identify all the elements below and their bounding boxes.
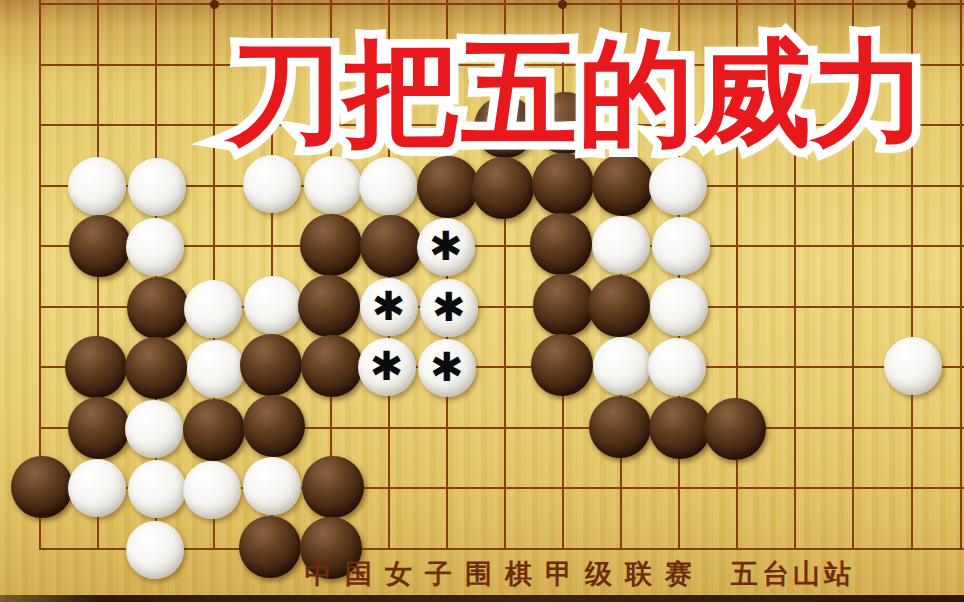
board-line-v bbox=[852, 0, 854, 550]
stone-white bbox=[243, 155, 301, 213]
stone-white bbox=[128, 460, 186, 518]
stone-black bbox=[474, 96, 536, 158]
video-title-overlay: 刀把五的威力 刀把五的威力 bbox=[96, 20, 964, 190]
stone-white-marked: ✱ bbox=[358, 338, 416, 396]
stone-white-marked: ✱ bbox=[417, 218, 475, 276]
stone-black bbox=[704, 398, 766, 460]
stone-white bbox=[649, 157, 707, 215]
stone-white bbox=[304, 156, 362, 214]
asterisk-mark: ✱ bbox=[430, 347, 464, 387]
stone-white bbox=[125, 400, 183, 458]
asterisk-mark: ✱ bbox=[429, 226, 463, 266]
stone-black bbox=[589, 396, 651, 458]
video-frame: ✱✱✱✱✱ 刀把五的威力 刀把五的威力 中国女子围棋甲级联赛 五台山站 bbox=[0, 0, 964, 602]
star-point bbox=[558, 0, 567, 9]
board-bottom-edge bbox=[0, 595, 964, 602]
board-line-v bbox=[736, 0, 738, 550]
stone-white bbox=[187, 340, 245, 398]
stone-white bbox=[68, 459, 126, 517]
stone-white bbox=[184, 280, 242, 338]
stone-black bbox=[300, 214, 362, 276]
stone-black bbox=[472, 157, 534, 219]
caption-league-name: 中国女子围棋甲级联赛 bbox=[305, 556, 705, 592]
caption-venue-name: 五台山站 bbox=[731, 556, 855, 592]
stone-black bbox=[69, 215, 131, 277]
stone-white bbox=[593, 337, 651, 395]
stone-black bbox=[125, 337, 187, 399]
stone-black bbox=[530, 213, 592, 275]
stone-black bbox=[417, 156, 479, 218]
stone-black bbox=[592, 154, 654, 216]
stone-black bbox=[243, 395, 305, 457]
stone-white bbox=[648, 338, 706, 396]
stone-white bbox=[243, 457, 301, 515]
board-printed-caption: 中国女子围棋甲级联赛 五台山站 bbox=[98, 556, 964, 592]
stone-white bbox=[652, 217, 710, 275]
stone-white bbox=[359, 157, 417, 215]
stone-white bbox=[650, 278, 708, 336]
stone-white bbox=[126, 218, 184, 276]
stone-white bbox=[884, 337, 942, 395]
asterisk-mark: ✱ bbox=[432, 287, 466, 327]
stone-black bbox=[68, 397, 130, 459]
stone-white-marked: ✱ bbox=[360, 278, 418, 336]
stone-black bbox=[183, 399, 245, 461]
stone-white bbox=[128, 158, 186, 216]
star-point bbox=[210, 0, 219, 9]
stone-white bbox=[592, 216, 650, 274]
asterisk-mark: ✱ bbox=[372, 286, 406, 326]
board-line-v bbox=[911, 0, 913, 550]
stone-black bbox=[301, 335, 363, 397]
stone-black bbox=[649, 397, 711, 459]
stone-black bbox=[533, 274, 595, 336]
board-line-v bbox=[794, 0, 796, 550]
stone-white bbox=[183, 461, 241, 519]
board-line-v bbox=[504, 0, 506, 550]
stone-black bbox=[532, 153, 594, 215]
stone-white-marked: ✱ bbox=[420, 279, 478, 337]
board-line-v-edge bbox=[960, 0, 962, 550]
stone-white bbox=[244, 276, 302, 334]
stone-black bbox=[11, 456, 73, 518]
stone-black bbox=[127, 277, 189, 339]
stone-black bbox=[588, 275, 650, 337]
board-line-h bbox=[39, 64, 964, 66]
stone-black bbox=[534, 92, 596, 154]
stone-white bbox=[68, 157, 126, 215]
asterisk-mark: ✱ bbox=[370, 346, 404, 386]
stone-black bbox=[531, 334, 593, 396]
stone-white-marked: ✱ bbox=[418, 339, 476, 397]
board-line-h bbox=[39, 3, 964, 5]
stone-black bbox=[298, 275, 360, 337]
stone-black bbox=[240, 334, 302, 396]
stone-black bbox=[65, 336, 127, 398]
star-point bbox=[907, 0, 916, 9]
stone-black bbox=[302, 456, 364, 518]
stone-black bbox=[360, 215, 422, 277]
